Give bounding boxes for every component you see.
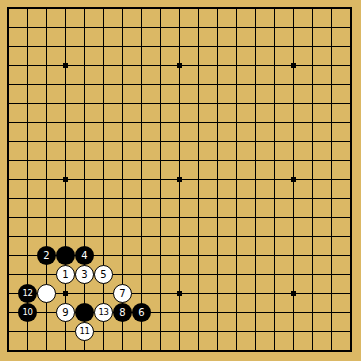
stone-move-number: 5 [100,270,106,280]
go-board: 24135127109138611 [0,0,361,361]
stone-white-move-11: 11 [75,322,94,341]
stone-black-move-12: 12 [18,284,37,303]
stone-black [75,303,94,322]
stone-move-number: 1 [62,270,68,280]
stone-black-move-6: 6 [132,303,151,322]
stone-white [37,284,56,303]
stone-move-number: 12 [23,289,33,298]
stone-move-number: 2 [43,251,49,261]
stone-black-move-10: 10 [18,303,37,322]
star-point [291,177,296,182]
star-point [63,291,68,296]
stone-white-move-5: 5 [94,265,113,284]
stone-move-number: 7 [119,289,125,299]
stone-black-move-8: 8 [113,303,132,322]
stone-move-number: 6 [138,308,144,318]
stone-black-move-2: 2 [37,246,56,265]
star-point [63,177,68,182]
stone-move-number: 8 [119,308,125,318]
stone-black-move-4: 4 [75,246,94,265]
stone-white-move-9: 9 [56,303,75,322]
star-point [291,291,296,296]
star-point [291,63,296,68]
stone-black [56,246,75,265]
stone-move-number: 3 [81,270,87,280]
stone-move-number: 4 [81,251,87,261]
stone-move-number: 11 [80,327,90,336]
stone-move-number: 10 [23,308,33,317]
star-point [177,177,182,182]
star-point [177,291,182,296]
stone-white-move-13: 13 [94,303,113,322]
stone-move-number: 9 [62,308,68,318]
star-point [177,63,182,68]
stone-white-move-3: 3 [75,265,94,284]
star-point [63,63,68,68]
stone-move-number: 13 [99,308,109,317]
stone-white-move-7: 7 [113,284,132,303]
stone-white-move-1: 1 [56,265,75,284]
